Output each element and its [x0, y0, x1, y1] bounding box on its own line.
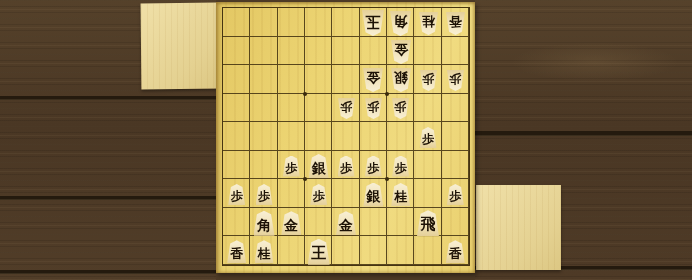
piece-kanji: 王: [311, 246, 326, 261]
star-point: [303, 92, 307, 96]
piece-kanji: 歩: [449, 190, 461, 202]
piece-kanji: 歩: [422, 133, 434, 145]
board-square[interactable]: [223, 65, 250, 94]
piece-kanji: 歩: [422, 73, 434, 85]
piece-kanji: 桂: [394, 190, 407, 203]
board-square[interactable]: [442, 151, 469, 180]
board-square[interactable]: [387, 208, 414, 237]
board-square[interactable]: [223, 94, 250, 123]
piece-kanji: 歩: [367, 101, 379, 113]
board-square[interactable]: [414, 37, 441, 66]
board-square[interactable]: [305, 94, 332, 123]
shogi-photo: 玉角桂香金金銀歩歩歩歩歩歩歩銀歩歩歩歩歩歩銀桂歩角金金飛香桂王香: [0, 0, 692, 280]
board-square[interactable]: [250, 65, 277, 94]
board-square[interactable]: [223, 151, 250, 180]
board-square[interactable]: [250, 94, 277, 123]
board-square[interactable]: [250, 122, 277, 151]
board-square[interactable]: [442, 94, 469, 123]
piece-kanji: 金: [284, 218, 298, 232]
board-square[interactable]: [360, 37, 387, 66]
piece-kanji: 角: [394, 15, 408, 29]
plank-seam: [475, 131, 692, 136]
board-square[interactable]: [278, 8, 305, 37]
left-komadai: [141, 3, 218, 90]
piece-kanji: 香: [449, 247, 462, 260]
piece-kanji: 歩: [395, 162, 407, 174]
board-square[interactable]: [442, 208, 469, 237]
board-square[interactable]: [223, 8, 250, 37]
board-square[interactable]: [305, 208, 332, 237]
board-square[interactable]: [278, 179, 305, 208]
board-square[interactable]: [278, 65, 305, 94]
piece-kanji: 歩: [340, 162, 352, 174]
board-square[interactable]: [250, 37, 277, 66]
star-point: [303, 177, 307, 181]
piece-kanji: 飛: [421, 217, 436, 232]
piece-kanji: 桂: [422, 15, 435, 28]
plank-seam: [0, 96, 216, 100]
board-square[interactable]: [414, 236, 441, 265]
board-square[interactable]: [223, 208, 250, 237]
board-square[interactable]: [332, 236, 359, 265]
piece-kanji: 玉: [366, 14, 381, 29]
board-square[interactable]: [305, 8, 332, 37]
piece-kanji: 香: [449, 15, 462, 28]
board-square[interactable]: [414, 151, 441, 180]
piece-kanji: 金: [366, 72, 380, 86]
piece-kanji: 桂: [258, 247, 271, 260]
board-square[interactable]: [387, 122, 414, 151]
board-square[interactable]: [278, 122, 305, 151]
board-square[interactable]: [387, 236, 414, 265]
board-square[interactable]: [414, 94, 441, 123]
star-point: [385, 92, 389, 96]
board-square[interactable]: [360, 122, 387, 151]
piece-kanji: 歩: [340, 101, 352, 113]
board-square[interactable]: [223, 122, 250, 151]
board-square[interactable]: [332, 37, 359, 66]
piece-kanji: 銀: [394, 72, 408, 86]
piece-kanji: 歩: [367, 162, 379, 174]
star-point: [385, 177, 389, 181]
board-square[interactable]: [332, 179, 359, 208]
piece-kanji: 歩: [231, 190, 243, 202]
board-square[interactable]: [223, 37, 250, 66]
board-square[interactable]: [305, 65, 332, 94]
piece-kanji: 金: [339, 218, 353, 232]
board-square[interactable]: [250, 8, 277, 37]
board-grid: 玉角桂香金金銀歩歩歩歩歩歩歩銀歩歩歩歩歩歩銀桂歩角金金飛香桂王香: [222, 7, 470, 266]
board-square[interactable]: [360, 208, 387, 237]
board-square[interactable]: [305, 122, 332, 151]
piece-kanji: 歩: [313, 190, 325, 202]
plank-seam: [0, 196, 216, 200]
board-square[interactable]: [250, 151, 277, 180]
piece-kanji: 角: [257, 218, 271, 232]
shogi-board: 玉角桂香金金銀歩歩歩歩歩歩歩銀歩歩歩歩歩歩銀桂歩角金金飛香桂王香: [216, 2, 475, 273]
board-square[interactable]: [305, 37, 332, 66]
board-square[interactable]: [278, 236, 305, 265]
piece-kanji: 銀: [366, 189, 380, 203]
piece-kanji: 歩: [258, 190, 270, 202]
piece-kanji: 金: [394, 43, 408, 57]
piece-kanji: 歩: [285, 162, 297, 174]
board-square[interactable]: [332, 8, 359, 37]
piece-kanji: 香: [230, 247, 243, 260]
board-square[interactable]: [442, 37, 469, 66]
piece-kanji: 銀: [312, 161, 326, 175]
board-square[interactable]: [360, 236, 387, 265]
board-square[interactable]: [278, 94, 305, 123]
board-square[interactable]: [442, 122, 469, 151]
board-square[interactable]: [332, 122, 359, 151]
plank-seam: [0, 270, 216, 274]
board-square[interactable]: [278, 37, 305, 66]
board-square[interactable]: [332, 65, 359, 94]
piece-kanji: 歩: [449, 73, 461, 85]
right-komadai: [476, 185, 561, 270]
board-square[interactable]: [414, 179, 441, 208]
piece-kanji: 歩: [395, 101, 407, 113]
